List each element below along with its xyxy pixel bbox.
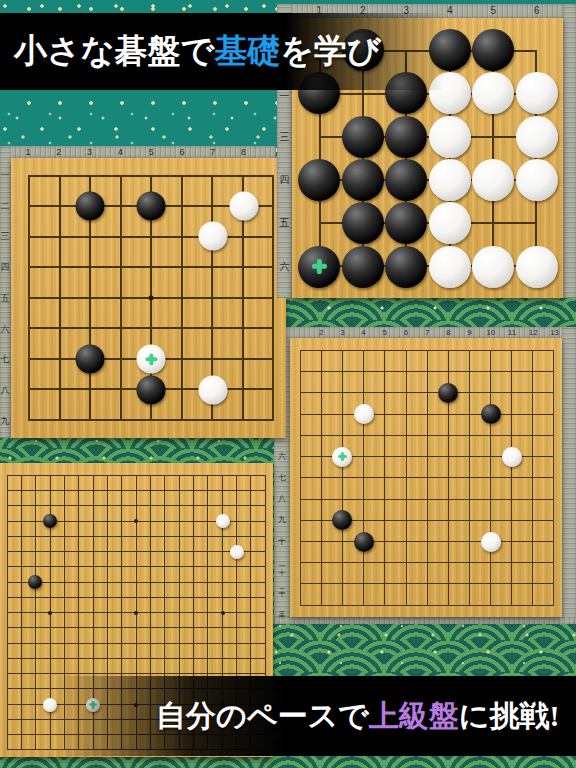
grid-cell (301, 457, 322, 478)
row-label: 七 (1, 355, 10, 364)
grid-cell (137, 537, 151, 552)
grid-cell (65, 491, 79, 506)
grid-cell (36, 613, 50, 628)
white-stone (332, 447, 352, 467)
grid-cell (122, 552, 136, 567)
grid-cell (94, 491, 108, 506)
grid-cell (51, 491, 65, 506)
grid-cell (449, 521, 470, 542)
grid-cell (79, 522, 93, 537)
row-label: 七 (278, 474, 286, 482)
grid-cell (108, 522, 122, 537)
grid-cell (533, 542, 554, 563)
grid-cell (79, 567, 93, 582)
grid-cell (165, 537, 179, 552)
grid-cell (208, 628, 222, 643)
grid-cell (301, 436, 322, 457)
black-stone (354, 532, 374, 552)
grid-cell (79, 583, 93, 598)
white-stone (429, 159, 471, 201)
grid-cell (61, 299, 92, 329)
grid-cell (91, 390, 122, 420)
banner-text-segment: 上級盤 (369, 699, 459, 732)
grid-cell (491, 563, 512, 584)
grid-cell (449, 542, 470, 563)
grid-cell (251, 613, 265, 628)
grid-cell (428, 415, 449, 436)
bottom-banner-text: 自分のペースで上級盤に挑戦! (56, 696, 560, 737)
grid-cell (470, 351, 491, 372)
board-9x9: 12345678一二三四五六七八九 (11, 158, 286, 438)
grid-cell (79, 628, 93, 643)
col-label: 6 (404, 329, 408, 337)
col-label: 7 (210, 148, 215, 157)
grid-cell (51, 613, 65, 628)
grid-cell (407, 351, 428, 372)
grid-cell (122, 644, 136, 659)
grid-cell (94, 613, 108, 628)
grid-cell (512, 351, 533, 372)
grid-cell (491, 500, 512, 521)
grid-cell (364, 500, 385, 521)
white-stone (429, 246, 471, 288)
grid-cell (533, 351, 554, 372)
black-stone (342, 202, 384, 244)
grid-cell (151, 522, 165, 537)
grid-cell (364, 478, 385, 499)
last-move-marker (145, 353, 157, 365)
grid-cell (65, 628, 79, 643)
grid-cell (122, 268, 153, 298)
grid-cell (137, 491, 151, 506)
grid-cell (208, 552, 222, 567)
row-label: 四 (1, 263, 10, 272)
col-label: 5 (383, 329, 387, 337)
grid-cell (165, 552, 179, 567)
white-stone (472, 246, 514, 288)
grid-cell (22, 537, 36, 552)
grid-cell (237, 628, 251, 643)
grid-cell (165, 491, 179, 506)
grid-cell (512, 542, 533, 563)
grid-cell (251, 644, 265, 659)
grid-cell (428, 500, 449, 521)
grid-cell (108, 613, 122, 628)
grid-cell (65, 537, 79, 552)
grid-cell (343, 372, 364, 393)
grid-cell (183, 268, 214, 298)
row-label: 八 (1, 385, 10, 394)
grid-cell (137, 644, 151, 659)
hoshi-dot (149, 295, 154, 300)
grid-cell (94, 552, 108, 567)
grid-cell (194, 583, 208, 598)
grid-cell (8, 735, 22, 750)
grid-cell (91, 268, 122, 298)
grid-cell (237, 506, 251, 521)
grid-cell (22, 476, 36, 491)
banner-text-segment: を学び (280, 33, 381, 69)
grid-cell (22, 720, 36, 735)
grid-cell (137, 552, 151, 567)
row-label: 四 (280, 175, 290, 185)
grid-cell (65, 659, 79, 674)
col-label: 10 (486, 329, 495, 337)
grid-cell (364, 457, 385, 478)
grid-cell (364, 436, 385, 457)
grid-cell (22, 705, 36, 720)
grid-cell (36, 491, 50, 506)
grid-cell (208, 613, 222, 628)
bottom-banner: 自分のペースで上級盤に挑戦! (56, 676, 576, 756)
grid-cell (151, 583, 165, 598)
row-label: 二 (1, 201, 10, 210)
grid-cell (30, 177, 61, 207)
grid-cell (8, 491, 22, 506)
grid-cell (449, 415, 470, 436)
grid-cell (470, 457, 491, 478)
grid-cell (151, 659, 165, 674)
grid-cell (79, 552, 93, 567)
grid-cell (137, 628, 151, 643)
coord-strip (274, 617, 576, 624)
grid-cell (30, 329, 61, 359)
grid-cell (407, 436, 428, 457)
grid-cell (183, 329, 214, 359)
top-banner: 小さな碁盤で基礎を学び (0, 13, 445, 90)
white-stone (229, 191, 258, 220)
grid-cell (194, 506, 208, 521)
banner-text-segment: に挑戦! (459, 699, 560, 732)
grid-cell (385, 521, 406, 542)
grid-cell (237, 491, 251, 506)
grid-cell (108, 598, 122, 613)
row-label: 九 (278, 516, 286, 524)
grid-cell (385, 415, 406, 436)
grid-cell (449, 584, 470, 605)
grid-cell (512, 521, 533, 542)
grid-cell (137, 583, 151, 598)
grid-cell (137, 476, 151, 491)
grid-cell (151, 506, 165, 521)
grid-cell (36, 659, 50, 674)
grid-cell (194, 552, 208, 567)
grid-cell (251, 506, 265, 521)
white-stone (429, 202, 471, 244)
grid-cell (428, 351, 449, 372)
grid-cell (213, 329, 244, 359)
grid-cell (407, 415, 428, 436)
white-stone (216, 514, 230, 528)
grid-cell (194, 598, 208, 613)
grid-cell (512, 584, 533, 605)
grid-cell (30, 390, 61, 420)
grid-cell (94, 537, 108, 552)
grid-cell (470, 584, 491, 605)
grid-cell (533, 563, 554, 584)
black-stone (137, 375, 166, 404)
white-stone (43, 698, 57, 712)
white-stone (502, 447, 522, 467)
grid-cell (36, 628, 50, 643)
top-banner-text: 小さな碁盤で基礎を学び (0, 29, 381, 74)
grid-cell (491, 584, 512, 605)
grid-cell (180, 613, 194, 628)
col-label: 6 (534, 6, 540, 16)
grid-cell (8, 537, 22, 552)
col-label: 4 (361, 329, 365, 337)
grid-cell (51, 598, 65, 613)
screenshot-root: 2345678910111213六七八九十十一十二十三 12345678一二三四… (0, 0, 576, 768)
grid-cell (165, 598, 179, 613)
grid-cell (449, 351, 470, 372)
grid-cell (61, 268, 92, 298)
grid-cell (322, 478, 343, 499)
grid-cell (152, 268, 183, 298)
grid-cell (301, 542, 322, 563)
grid-cell (208, 583, 222, 598)
grid-cell (364, 372, 385, 393)
grid-cell (491, 478, 512, 499)
grid-cell (22, 491, 36, 506)
grid-cell (343, 478, 364, 499)
col-label: 8 (241, 148, 246, 157)
white-stone (354, 404, 374, 424)
black-stone (385, 246, 427, 288)
col-label: 13 (550, 329, 559, 337)
grid-cell (36, 537, 50, 552)
grid-cell (94, 659, 108, 674)
grid-cell (194, 628, 208, 643)
grid-cell (108, 583, 122, 598)
grid-cell (322, 584, 343, 605)
grid-cell (165, 613, 179, 628)
grid-cell (151, 537, 165, 552)
grid-cell (301, 563, 322, 584)
grid-cell (22, 659, 36, 674)
grid-cell (94, 583, 108, 598)
black-stone (298, 246, 340, 288)
grid-cell (152, 238, 183, 268)
black-stone (28, 575, 42, 589)
grid-cell (385, 436, 406, 457)
grid-cell (251, 659, 265, 674)
grid-cell (533, 457, 554, 478)
grid-cell (79, 659, 93, 674)
grid-cell (122, 583, 136, 598)
grid-cell (8, 583, 22, 598)
grid-cell (36, 735, 50, 750)
grid-cell (449, 563, 470, 584)
banner-text-segment: 基礎 (214, 33, 280, 69)
grid-cell (194, 491, 208, 506)
hoshi-dot (134, 611, 138, 615)
grid-cell (407, 584, 428, 605)
grid-cell (301, 500, 322, 521)
black-stone (298, 159, 340, 201)
grid-cell (94, 476, 108, 491)
grid-cell (223, 613, 237, 628)
grid-cell (449, 457, 470, 478)
grid-cell (94, 506, 108, 521)
grid-cell (8, 659, 22, 674)
grid-cell (22, 735, 36, 750)
grid-cell (65, 506, 79, 521)
grid-cell (322, 563, 343, 584)
grid-cell (208, 567, 222, 582)
grid-cell (180, 644, 194, 659)
grid-cell (213, 299, 244, 329)
grid-cell (8, 689, 22, 704)
grid-cell (194, 522, 208, 537)
grid-cell (470, 500, 491, 521)
grid-cell (65, 613, 79, 628)
row-label: 九 (1, 416, 10, 425)
row-label: 五 (280, 218, 290, 228)
grid-cell (251, 552, 265, 567)
row-label: 八 (278, 495, 286, 503)
grid-cell (151, 552, 165, 567)
grid-cell (180, 506, 194, 521)
col-label: 8 (446, 329, 450, 337)
grid-cell (237, 583, 251, 598)
grid-cell (79, 491, 93, 506)
grid-cell (322, 351, 343, 372)
white-stone (516, 116, 558, 158)
grid-cell (151, 644, 165, 659)
grid-cell (79, 598, 93, 613)
grid-cell (301, 521, 322, 542)
grid-cell (165, 644, 179, 659)
grid-cell (533, 500, 554, 521)
grid-cell (385, 500, 406, 521)
grid-cell (151, 476, 165, 491)
grid-cell (108, 506, 122, 521)
black-stone (332, 510, 352, 530)
grid-cell (428, 521, 449, 542)
grid-cell (122, 537, 136, 552)
grid-cell (251, 583, 265, 598)
hoshi-dot (134, 519, 138, 523)
grid-cell (237, 598, 251, 613)
grid-cell (364, 351, 385, 372)
grid-cell (165, 583, 179, 598)
grid-cell (223, 567, 237, 582)
grid-cell (51, 644, 65, 659)
grid-cell (22, 598, 36, 613)
grid-cell (36, 674, 50, 689)
grid-cell (122, 628, 136, 643)
grid-cell (165, 506, 179, 521)
grid-cell (237, 476, 251, 491)
grid-cell (223, 628, 237, 643)
grid-cell (79, 537, 93, 552)
col-label: 7 (425, 329, 429, 337)
col-label: 4 (447, 6, 453, 16)
grid-cell (244, 299, 275, 329)
grid-cell (512, 372, 533, 393)
grid-cell (533, 393, 554, 414)
grid-cell (449, 478, 470, 499)
grid-cell (364, 584, 385, 605)
grid-cell (108, 659, 122, 674)
grid-cell (251, 598, 265, 613)
grid-cell (8, 628, 22, 643)
grid-cell (108, 644, 122, 659)
grid-cell (165, 476, 179, 491)
grid-cell (428, 563, 449, 584)
grid-cell (180, 659, 194, 674)
black-stone (385, 116, 427, 158)
grid-cell (512, 478, 533, 499)
grid (300, 350, 554, 606)
white-stone (429, 116, 471, 158)
grid-cell (51, 659, 65, 674)
grid-cell (194, 644, 208, 659)
grid-cell (237, 644, 251, 659)
grid-cell (385, 351, 406, 372)
grid-cell (180, 598, 194, 613)
grid-cell (122, 299, 153, 329)
grid-cell (122, 659, 136, 674)
grid-cell (22, 522, 36, 537)
grid-cell (251, 537, 265, 552)
row-label: 六 (278, 453, 286, 461)
grid-cell (512, 393, 533, 414)
grid-cell (244, 268, 275, 298)
grid-cell (165, 522, 179, 537)
grid-cell (301, 372, 322, 393)
grid-cell (407, 457, 428, 478)
black-stone (137, 191, 166, 220)
grid-cell (94, 644, 108, 659)
black-stone (342, 246, 384, 288)
grid-cell (512, 563, 533, 584)
grid-cell (137, 659, 151, 674)
grid-cell (407, 372, 428, 393)
grid-cell (65, 644, 79, 659)
grid-cell (194, 537, 208, 552)
white-stone (481, 532, 501, 552)
grid-cell (533, 415, 554, 436)
grid-cell (65, 567, 79, 582)
grid-cell (251, 628, 265, 643)
grid-cell (122, 567, 136, 582)
grid-cell (30, 207, 61, 237)
grid-cell (301, 415, 322, 436)
grid-cell (61, 238, 92, 268)
grid-cell (407, 563, 428, 584)
grid-cell (244, 390, 275, 420)
grid-cell (22, 613, 36, 628)
grid-cell (343, 351, 364, 372)
grid-cell (194, 659, 208, 674)
grid-cell (122, 613, 136, 628)
grid-cell (137, 613, 151, 628)
row-label: 十 (278, 538, 286, 546)
grid-cell (385, 457, 406, 478)
grid-cell (94, 522, 108, 537)
grid-cell (491, 351, 512, 372)
grid-cell (8, 476, 22, 491)
black-stone (472, 29, 514, 71)
grid-cell (79, 613, 93, 628)
grid-cell (428, 478, 449, 499)
grid-cell (51, 537, 65, 552)
black-stone (438, 383, 458, 403)
grid-cell (183, 299, 214, 329)
grid-cell (512, 500, 533, 521)
